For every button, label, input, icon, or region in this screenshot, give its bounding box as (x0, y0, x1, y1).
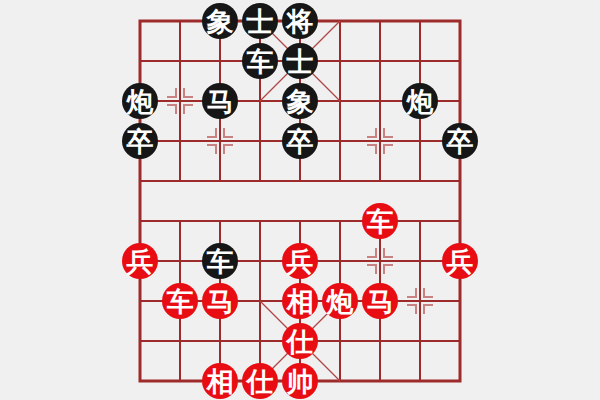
piece-black-horse[interactable]: 马 (202, 83, 238, 119)
piece-black-elephant[interactable]: 象 (202, 3, 238, 39)
piece-red-horse[interactable]: 马 (362, 283, 398, 319)
piece-black-advisor[interactable]: 士 (242, 3, 278, 39)
piece-red-elephant[interactable]: 相 (202, 363, 238, 399)
piece-red-king[interactable]: 帅 (282, 363, 318, 399)
piece-red-chariot[interactable]: 车 (162, 283, 198, 319)
piece-red-cannon[interactable]: 炮 (322, 283, 358, 319)
piece-black-advisor[interactable]: 士 (282, 43, 318, 79)
piece-black-king[interactable]: 将 (282, 3, 318, 39)
piece-red-advisor[interactable]: 仕 (242, 363, 278, 399)
piece-black-soldier[interactable]: 卒 (442, 123, 478, 159)
piece-red-advisor[interactable]: 仕 (282, 323, 318, 359)
piece-red-horse[interactable]: 马 (202, 283, 238, 319)
piece-black-cannon[interactable]: 炮 (122, 83, 158, 119)
piece-red-soldier[interactable]: 兵 (122, 243, 158, 279)
piece-black-soldier[interactable]: 卒 (282, 123, 318, 159)
piece-black-chariot[interactable]: 车 (202, 243, 238, 279)
piece-black-chariot[interactable]: 车 (242, 43, 278, 79)
piece-red-elephant[interactable]: 相 (282, 283, 318, 319)
piece-red-chariot[interactable]: 车 (362, 203, 398, 239)
xiangqi-board: 象士将车士炮马象炮卒卒卒车车兵兵兵车马相炮马仕相仕帅 (0, 0, 600, 400)
xiangqi-screenshot: 象士将车士炮马象炮卒卒卒车车兵兵兵车马相炮马仕相仕帅 (0, 0, 600, 400)
piece-red-soldier[interactable]: 兵 (442, 243, 478, 279)
piece-black-soldier[interactable]: 卒 (122, 123, 158, 159)
piece-black-cannon[interactable]: 炮 (402, 83, 438, 119)
piece-black-elephant[interactable]: 象 (282, 83, 318, 119)
piece-red-soldier[interactable]: 兵 (282, 243, 318, 279)
